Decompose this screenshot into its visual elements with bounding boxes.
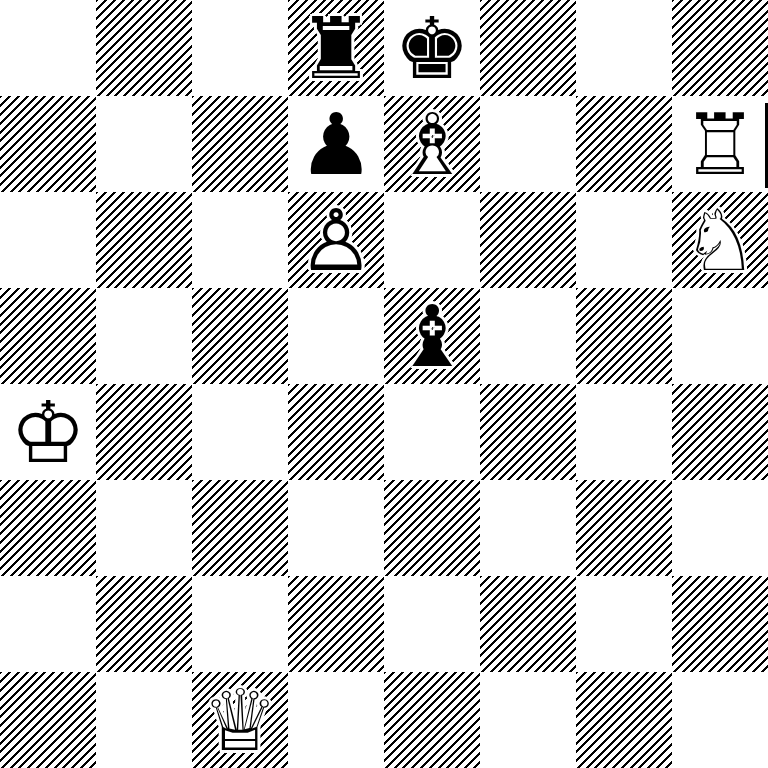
piece-white-knight[interactable]: ♞♘: [672, 192, 768, 288]
square-d1[interactable]: [288, 672, 384, 768]
piece-white-queen[interactable]: ♛♕: [192, 672, 288, 768]
square-a3[interactable]: [0, 480, 96, 576]
square-c6[interactable]: [192, 192, 288, 288]
square-d2[interactable]: [288, 576, 384, 672]
white-queen-glyph: ♕: [192, 672, 288, 768]
piece-white-rook[interactable]: ♜♖: [672, 96, 768, 192]
square-g3[interactable]: [576, 480, 672, 576]
white-rook-glyph: ♖: [672, 96, 768, 192]
piece-white-bishop[interactable]: ♝♗: [384, 96, 480, 192]
square-b7[interactable]: [96, 96, 192, 192]
square-c5[interactable]: [192, 288, 288, 384]
square-g1[interactable]: [576, 672, 672, 768]
piece-black-rook[interactable]: ♜♜: [288, 0, 384, 96]
square-h5[interactable]: [672, 288, 768, 384]
square-c3[interactable]: [192, 480, 288, 576]
square-a6[interactable]: [0, 192, 96, 288]
square-h1[interactable]: [672, 672, 768, 768]
square-g4[interactable]: [576, 384, 672, 480]
square-e2[interactable]: [384, 576, 480, 672]
white-knight-glyph: ♘: [672, 192, 768, 288]
piece-black-bishop[interactable]: ♝♝: [384, 288, 480, 384]
square-f4[interactable]: [480, 384, 576, 480]
square-f6[interactable]: [480, 192, 576, 288]
square-a2[interactable]: [0, 576, 96, 672]
square-b1[interactable]: [96, 672, 192, 768]
square-e8[interactable]: ♚♚: [384, 0, 480, 96]
square-f8[interactable]: [480, 0, 576, 96]
square-h6[interactable]: ♞♘: [672, 192, 768, 288]
square-b8[interactable]: [96, 0, 192, 96]
white-king-glyph: ♔: [0, 384, 96, 480]
square-g7[interactable]: [576, 96, 672, 192]
white-pawn-glyph: ♙: [288, 192, 384, 288]
chessboard: ♜♜♚♚♟♟♝♗♜♖♟♙♞♘♝♝♚♔♛♕: [0, 0, 768, 768]
square-h2[interactable]: [672, 576, 768, 672]
square-h8[interactable]: [672, 0, 768, 96]
black-rook-glyph: ♜: [288, 0, 384, 96]
black-king-glyph: ♚: [384, 0, 480, 96]
square-h4[interactable]: [672, 384, 768, 480]
white-bishop-glyph: ♗: [384, 96, 480, 192]
black-pawn-glyph: ♟: [288, 96, 384, 192]
square-c8[interactable]: [192, 0, 288, 96]
square-d5[interactable]: [288, 288, 384, 384]
piece-white-pawn[interactable]: ♟♙: [288, 192, 384, 288]
square-f3[interactable]: [480, 480, 576, 576]
square-b3[interactable]: [96, 480, 192, 576]
square-g8[interactable]: [576, 0, 672, 96]
square-g5[interactable]: [576, 288, 672, 384]
square-e6[interactable]: [384, 192, 480, 288]
square-g6[interactable]: [576, 192, 672, 288]
square-a7[interactable]: [0, 96, 96, 192]
square-e7[interactable]: ♝♗: [384, 96, 480, 192]
square-f2[interactable]: [480, 576, 576, 672]
square-h7[interactable]: ♜♖: [672, 96, 768, 192]
square-b4[interactable]: [96, 384, 192, 480]
square-c2[interactable]: [192, 576, 288, 672]
square-d3[interactable]: [288, 480, 384, 576]
square-c7[interactable]: [192, 96, 288, 192]
piece-black-king[interactable]: ♚♚: [384, 0, 480, 96]
square-c4[interactable]: [192, 384, 288, 480]
square-f7[interactable]: [480, 96, 576, 192]
square-b5[interactable]: [96, 288, 192, 384]
piece-white-king[interactable]: ♚♔: [0, 384, 96, 480]
square-d4[interactable]: [288, 384, 384, 480]
square-d6[interactable]: ♟♙: [288, 192, 384, 288]
square-b2[interactable]: [96, 576, 192, 672]
square-e3[interactable]: [384, 480, 480, 576]
square-b6[interactable]: [96, 192, 192, 288]
square-h3[interactable]: [672, 480, 768, 576]
square-f1[interactable]: [480, 672, 576, 768]
square-a5[interactable]: [0, 288, 96, 384]
square-d8[interactable]: ♜♜: [288, 0, 384, 96]
square-e1[interactable]: [384, 672, 480, 768]
square-c1[interactable]: ♛♕: [192, 672, 288, 768]
square-f5[interactable]: [480, 288, 576, 384]
black-bishop-glyph: ♝: [384, 288, 480, 384]
square-g2[interactable]: [576, 576, 672, 672]
square-e4[interactable]: [384, 384, 480, 480]
square-a8[interactable]: [0, 0, 96, 96]
square-a1[interactable]: [0, 672, 96, 768]
square-a4[interactable]: ♚♔: [0, 384, 96, 480]
square-e5[interactable]: ♝♝: [384, 288, 480, 384]
piece-black-pawn[interactable]: ♟♟: [288, 96, 384, 192]
square-d7[interactable]: ♟♟: [288, 96, 384, 192]
